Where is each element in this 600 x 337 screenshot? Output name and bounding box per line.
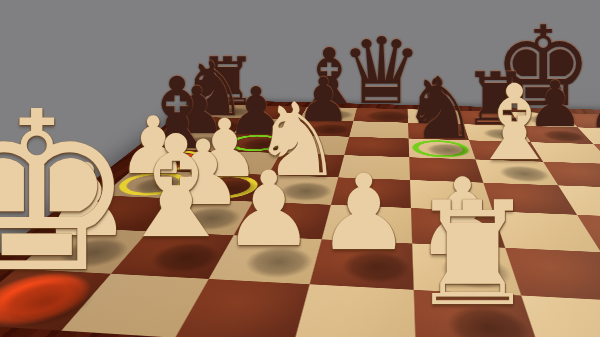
chess-3d-scene: ♜♝♛♚♞♟♟♜♟♟♟♟♞♝♝♟♟♞♟♟♝♟♟♟♚♜ (0, 0, 600, 337)
white-pawn-c2[interactable]: ♟ (222, 158, 315, 261)
white-rook-e1[interactable]: ♜ (408, 183, 537, 326)
white-pawn-d2[interactable]: ♟ (317, 161, 411, 266)
square-d1[interactable] (293, 284, 416, 337)
black-pawn-h7[interactable]: ♟ (587, 74, 600, 138)
white-king-a1[interactable]: ♚ (0, 83, 136, 303)
